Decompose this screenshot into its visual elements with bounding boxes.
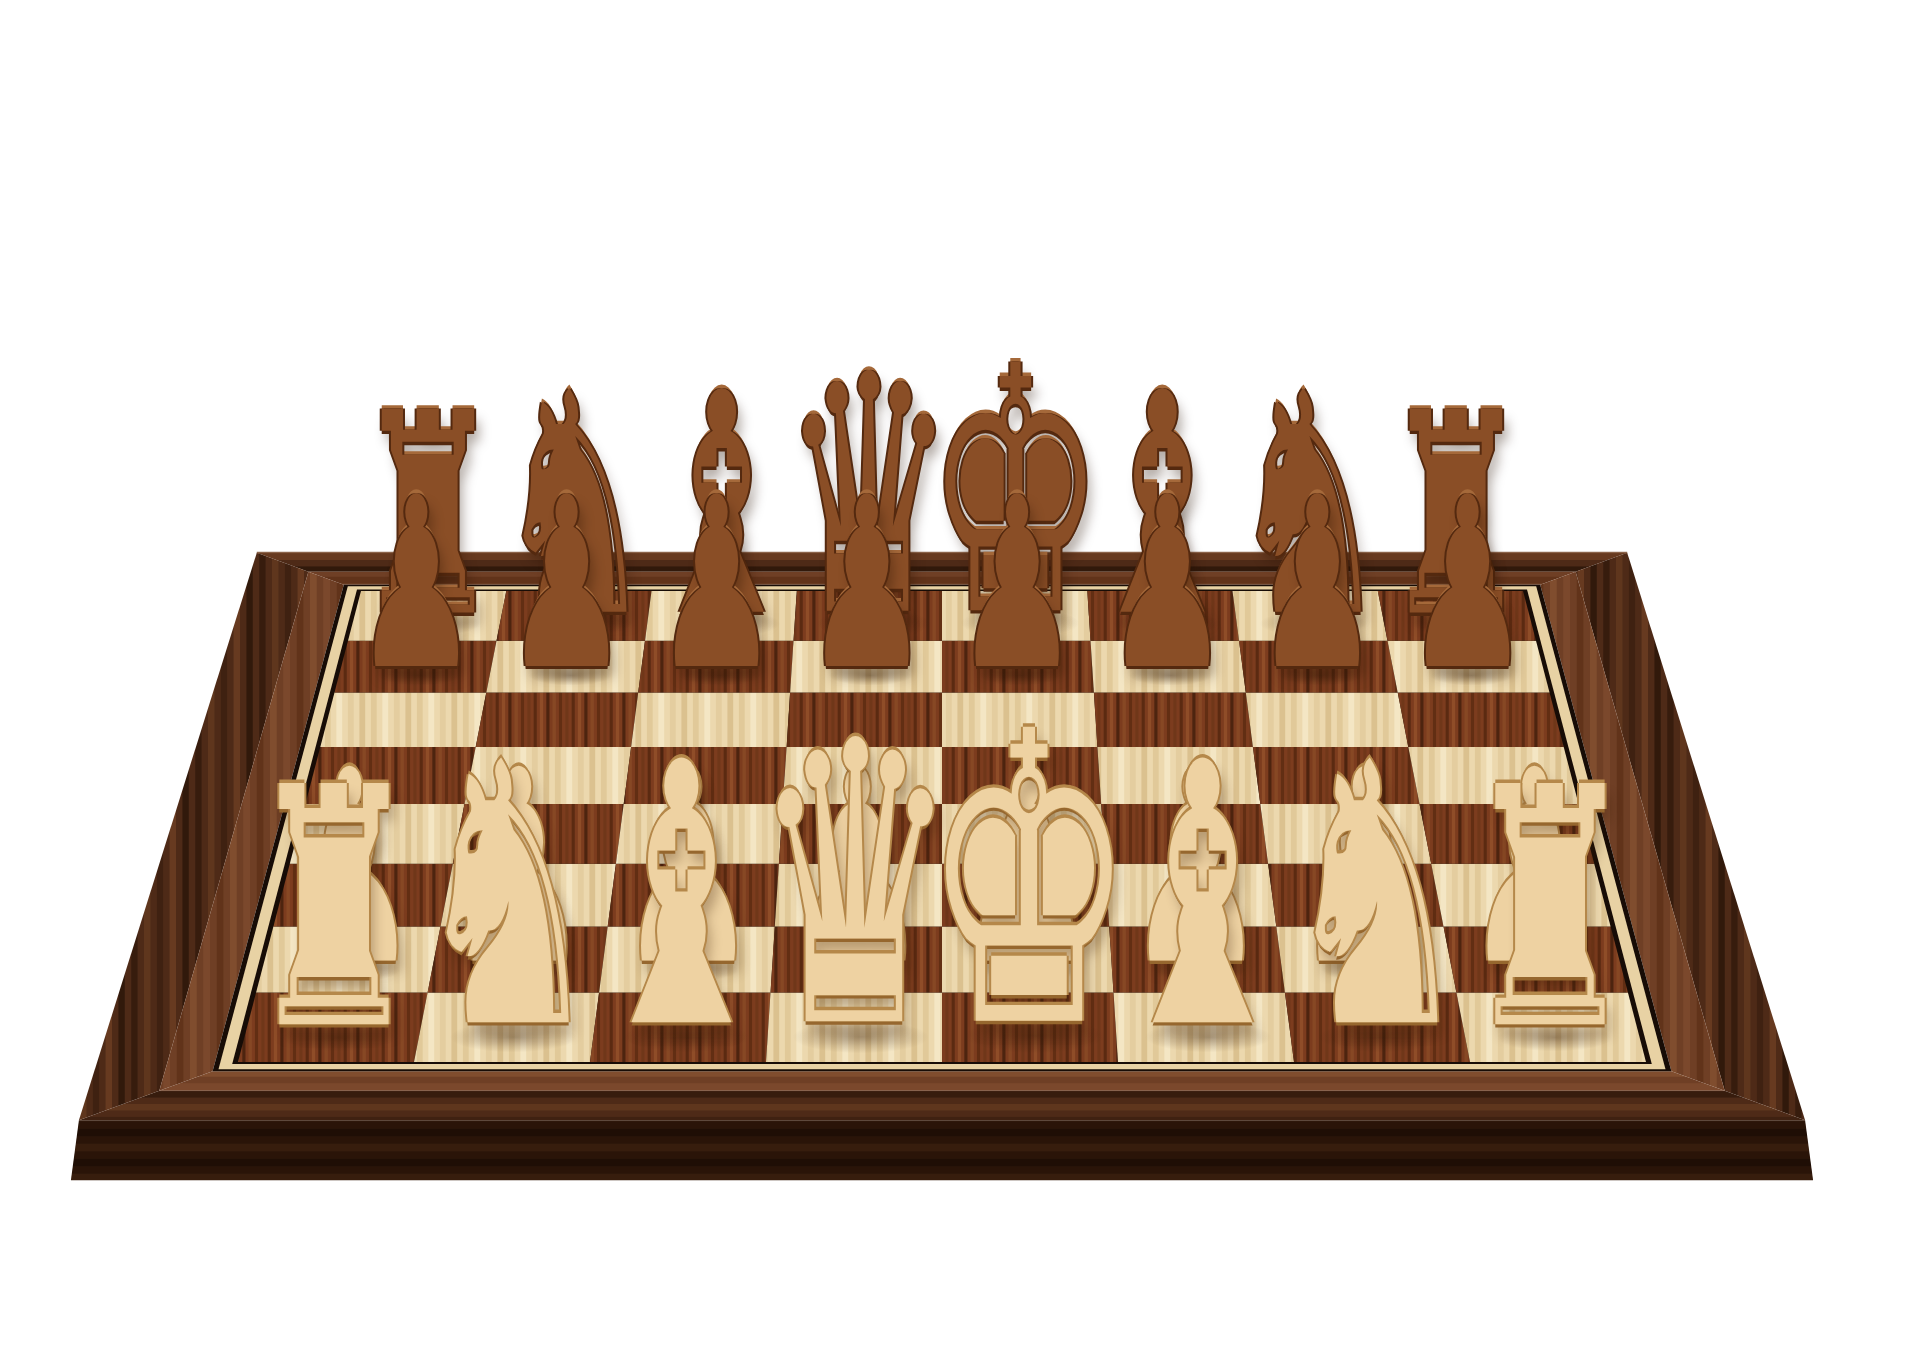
- white-knight-glyph: ♞︎: [1281, 717, 1472, 1079]
- pieces-layer: ♜︎♞︎♝︎♛︎♚︎♝︎♞︎♜︎♟︎♟︎♟︎♟︎♟︎♟︎♟︎♟︎♟︎♟︎♟︎♟︎…: [0, 0, 1920, 1348]
- white-bishop-glyph: ♝︎: [586, 717, 777, 1079]
- white-knight-glyph: ♞︎: [412, 717, 603, 1079]
- white-bishop-glyph: ♝︎: [1107, 717, 1298, 1079]
- black-pawn-glyph: ♟︎: [354, 467, 479, 704]
- white-king-glyph: ♚︎: [923, 680, 1135, 1083]
- white-rook-glyph: ♜︎: [1463, 745, 1637, 1075]
- black-pawn-glyph: ♟︎: [1405, 467, 1530, 704]
- black-pawn-glyph: ♟︎: [504, 467, 629, 704]
- black-pawn-glyph: ♟︎: [1255, 467, 1380, 704]
- white-rook-glyph: ♜︎: [247, 745, 421, 1075]
- chessboard-scene: ♜︎♞︎♝︎♛︎♚︎♝︎♞︎♜︎♟︎♟︎♟︎♟︎♟︎♟︎♟︎♟︎♟︎♟︎♟︎♟︎…: [0, 0, 1920, 1348]
